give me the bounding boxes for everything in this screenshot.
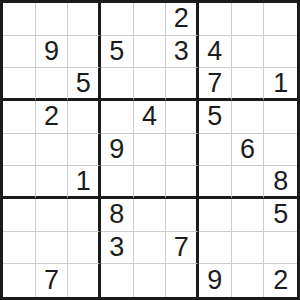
- cell-r6c4[interactable]: [101, 166, 134, 199]
- cell-r4c7[interactable]: 5: [199, 101, 232, 134]
- cell-r5c3[interactable]: [68, 134, 101, 167]
- cell-r3c4[interactable]: [101, 68, 134, 101]
- cell-r8c5[interactable]: [134, 232, 167, 265]
- cell-r5c5[interactable]: [134, 134, 167, 167]
- cell-r7c8[interactable]: [232, 199, 265, 232]
- cell-r8c2[interactable]: [36, 232, 69, 265]
- cell-r5c4[interactable]: 9: [101, 134, 134, 167]
- cell-r9c1[interactable]: [3, 264, 36, 297]
- cell-r5c6[interactable]: [166, 134, 199, 167]
- cell-r2c2[interactable]: 9: [36, 36, 69, 69]
- cell-r6c2[interactable]: [36, 166, 69, 199]
- cell-r3c2[interactable]: [36, 68, 69, 101]
- cell-r9c5[interactable]: [134, 264, 167, 297]
- cell-r6c8[interactable]: [232, 166, 265, 199]
- cell-r2c3[interactable]: [68, 36, 101, 69]
- cell-r7c7[interactable]: [199, 199, 232, 232]
- cell-r4c8[interactable]: [232, 101, 265, 134]
- cell-r2c4[interactable]: 5: [101, 36, 134, 69]
- cell-r3c5[interactable]: [134, 68, 167, 101]
- cell-r6c3[interactable]: 1: [68, 166, 101, 199]
- cell-r5c1[interactable]: [3, 134, 36, 167]
- cell-r3c7[interactable]: 7: [199, 68, 232, 101]
- cell-r1c2[interactable]: [36, 3, 69, 36]
- cell-r1c3[interactable]: [68, 3, 101, 36]
- cell-r4c3[interactable]: [68, 101, 101, 134]
- cell-r7c4[interactable]: 8: [101, 199, 134, 232]
- cell-r7c5[interactable]: [134, 199, 167, 232]
- cell-r7c2[interactable]: [36, 199, 69, 232]
- cell-r4c6[interactable]: [166, 101, 199, 134]
- cell-r8c4[interactable]: 3: [101, 232, 134, 265]
- cell-r7c6[interactable]: [166, 199, 199, 232]
- cell-r2c7[interactable]: 4: [199, 36, 232, 69]
- cell-r3c1[interactable]: [3, 68, 36, 101]
- cell-r8c1[interactable]: [3, 232, 36, 265]
- cell-r3c9[interactable]: 1: [264, 68, 297, 101]
- cell-r4c5[interactable]: 4: [134, 101, 167, 134]
- cell-r4c2[interactable]: 2: [36, 101, 69, 134]
- cell-r9c2[interactable]: 7: [36, 264, 69, 297]
- cell-r9c3[interactable]: [68, 264, 101, 297]
- cell-r9c8[interactable]: [232, 264, 265, 297]
- cell-r9c9[interactable]: 2: [264, 264, 297, 297]
- cell-r1c1[interactable]: [3, 3, 36, 36]
- cell-r8c8[interactable]: [232, 232, 265, 265]
- cell-r6c7[interactable]: [199, 166, 232, 199]
- cell-r9c4[interactable]: [101, 264, 134, 297]
- cell-r2c5[interactable]: [134, 36, 167, 69]
- sudoku-grid: 2953457124596188537792: [0, 0, 300, 300]
- cell-r1c5[interactable]: [134, 3, 167, 36]
- cell-r6c1[interactable]: [3, 166, 36, 199]
- cell-r7c3[interactable]: [68, 199, 101, 232]
- cell-r8c7[interactable]: [199, 232, 232, 265]
- cell-r5c9[interactable]: [264, 134, 297, 167]
- cell-r9c6[interactable]: [166, 264, 199, 297]
- cell-r3c3[interactable]: 5: [68, 68, 101, 101]
- cell-r4c4[interactable]: [101, 101, 134, 134]
- cell-r1c6[interactable]: 2: [166, 3, 199, 36]
- cell-r2c8[interactable]: [232, 36, 265, 69]
- cell-r6c5[interactable]: [134, 166, 167, 199]
- cell-r1c8[interactable]: [232, 3, 265, 36]
- cell-r5c7[interactable]: [199, 134, 232, 167]
- cell-r2c1[interactable]: [3, 36, 36, 69]
- cell-r8c6[interactable]: 7: [166, 232, 199, 265]
- cell-r4c9[interactable]: [264, 101, 297, 134]
- cell-r7c9[interactable]: 5: [264, 199, 297, 232]
- cell-r5c2[interactable]: [36, 134, 69, 167]
- cell-r1c9[interactable]: [264, 3, 297, 36]
- cell-r2c6[interactable]: 3: [166, 36, 199, 69]
- cell-r8c3[interactable]: [68, 232, 101, 265]
- cell-r1c7[interactable]: [199, 3, 232, 36]
- cell-r2c9[interactable]: [264, 36, 297, 69]
- cell-r3c8[interactable]: [232, 68, 265, 101]
- cell-r9c7[interactable]: 9: [199, 264, 232, 297]
- cell-r1c4[interactable]: [101, 3, 134, 36]
- cell-r7c1[interactable]: [3, 199, 36, 232]
- cell-r3c6[interactable]: [166, 68, 199, 101]
- cell-r5c8[interactable]: 6: [232, 134, 265, 167]
- cell-r6c6[interactable]: [166, 166, 199, 199]
- cell-r4c1[interactable]: [3, 101, 36, 134]
- cell-r6c9[interactable]: 8: [264, 166, 297, 199]
- cell-r8c9[interactable]: [264, 232, 297, 265]
